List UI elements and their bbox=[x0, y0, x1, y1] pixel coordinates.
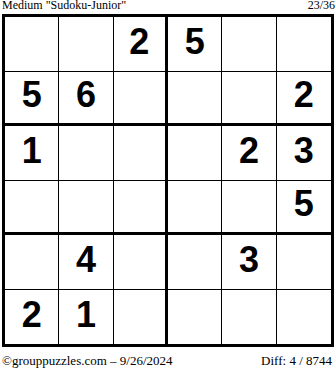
copyright-text: ©grouppuzzles.com – 9/26/2024 bbox=[2, 354, 173, 368]
page-footer: ©grouppuzzles.com – 9/26/2024 Diff: 4 / … bbox=[2, 354, 332, 368]
puzzle-title: Medium "Sudoku-Junior" bbox=[2, 0, 126, 12]
cell-r2c1: 5 bbox=[5, 72, 59, 127]
cell-r3c3[interactable] bbox=[114, 126, 168, 181]
sudoku-board: 2556212354321 bbox=[2, 14, 334, 347]
cell-r2c3[interactable] bbox=[114, 72, 168, 127]
cell-r6c2: 1 bbox=[59, 290, 113, 345]
cell-r1c5[interactable] bbox=[222, 17, 276, 72]
cell-r5c6[interactable] bbox=[277, 235, 331, 290]
cell-r6c1: 2 bbox=[5, 290, 59, 345]
cell-r2c4[interactable] bbox=[168, 72, 222, 127]
cell-r4c2[interactable] bbox=[59, 181, 113, 236]
cell-r5c4[interactable] bbox=[168, 235, 222, 290]
cell-r4c4[interactable] bbox=[168, 181, 222, 236]
cell-r5c5: 3 bbox=[222, 235, 276, 290]
cell-r6c4[interactable] bbox=[168, 290, 222, 345]
cell-r6c6[interactable] bbox=[277, 290, 331, 345]
cell-r3c4[interactable] bbox=[168, 126, 222, 181]
cell-r1c3: 2 bbox=[114, 17, 168, 72]
cell-r5c1[interactable] bbox=[5, 235, 59, 290]
cell-r3c2[interactable] bbox=[59, 126, 113, 181]
clue-counter: 23/36 bbox=[308, 0, 335, 12]
cell-r3c6: 3 bbox=[277, 126, 331, 181]
cell-r1c4: 5 bbox=[168, 17, 222, 72]
cell-r1c2[interactable] bbox=[59, 17, 113, 72]
cell-r2c6: 2 bbox=[277, 72, 331, 127]
difficulty-text: Diff: 4 / 8744 bbox=[261, 354, 332, 368]
cell-r1c1[interactable] bbox=[5, 17, 59, 72]
page-header: Medium "Sudoku-Junior" 23/36 bbox=[2, 0, 335, 12]
cell-r4c5[interactable] bbox=[222, 181, 276, 236]
cell-r4c6: 5 bbox=[277, 181, 331, 236]
cell-r3c5: 2 bbox=[222, 126, 276, 181]
cell-r2c2: 6 bbox=[59, 72, 113, 127]
cell-r1c6[interactable] bbox=[277, 17, 331, 72]
cell-r2c5[interactable] bbox=[222, 72, 276, 127]
cell-r3c1: 1 bbox=[5, 126, 59, 181]
cell-r5c2: 4 bbox=[59, 235, 113, 290]
cell-r6c3[interactable] bbox=[114, 290, 168, 345]
cell-r4c1[interactable] bbox=[5, 181, 59, 236]
cell-r5c3[interactable] bbox=[114, 235, 168, 290]
cell-r6c5[interactable] bbox=[222, 290, 276, 345]
cell-r4c3[interactable] bbox=[114, 181, 168, 236]
